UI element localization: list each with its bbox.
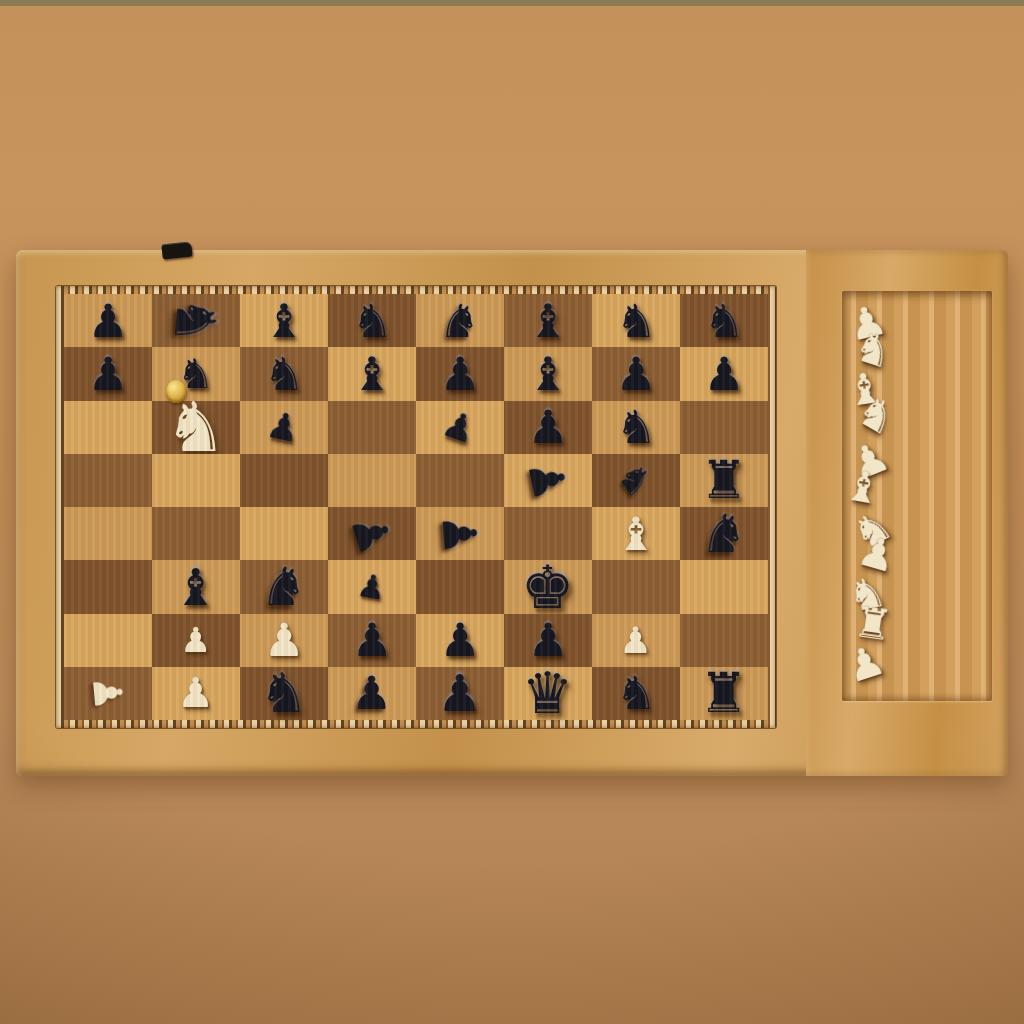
square-g8[interactable]: ♞: [592, 294, 680, 347]
white-bishop-g4[interactable]: ♝: [615, 511, 656, 557]
square-h2[interactable]: [680, 614, 768, 667]
square-g5[interactable]: ♞: [592, 454, 680, 507]
black-queen-f1[interactable]: ♛: [522, 665, 574, 723]
square-b6[interactable]: ♞: [152, 401, 240, 454]
background-top-strip: [0, 0, 1024, 6]
square-h8[interactable]: ♞: [680, 294, 768, 347]
square-a7[interactable]: ♟: [64, 347, 152, 400]
square-f6[interactable]: ♟: [504, 401, 592, 454]
black-knight-h8[interactable]: ♞: [703, 298, 744, 344]
square-e8[interactable]: ♞: [416, 294, 504, 347]
black-knight-h4[interactable]: ♞: [700, 507, 747, 560]
black-knight-g8[interactable]: ♞: [615, 298, 656, 344]
square-b3[interactable]: ♝: [152, 560, 240, 613]
square-g3[interactable]: [592, 560, 680, 613]
chess-board: ♟♞♝♞♞♝♞♞♟♞♞♝♟♝♟♟♞♟♟♟♞♟♞♜♟♟♝♞♝♞♟♚♟♟♟♟♟♟♟♟…: [64, 294, 768, 720]
square-f7[interactable]: ♝: [504, 347, 592, 400]
square-b4[interactable]: [152, 507, 240, 560]
black-knight-c1[interactable]: ♞: [259, 666, 309, 721]
black-bishop-f7[interactable]: ♝: [527, 351, 568, 397]
chess-box: ♟♞♝♞♞♝♞♞♟♞♞♝♟♝♟♟♞♟♟♟♞♟♞♜♟♟♝♞♝♞♟♚♟♟♟♟♟♟♟♟…: [16, 250, 1008, 776]
black-knight-g5[interactable]: ♞: [611, 456, 660, 504]
square-h7[interactable]: ♟: [680, 347, 768, 400]
fallen-piece-on-frame-icon: [161, 241, 192, 259]
black-pawn-e7[interactable]: ♟: [439, 351, 480, 397]
black-bishop-f8[interactable]: ♝: [527, 298, 568, 344]
black-pawn-e6[interactable]: ♟: [438, 404, 482, 450]
square-c2[interactable]: ♟: [240, 614, 328, 667]
black-pawn-c6[interactable]: ♟: [264, 406, 304, 449]
square-d2[interactable]: ♟: [328, 614, 416, 667]
square-e6[interactable]: ♟: [416, 401, 504, 454]
black-pawn-f2[interactable]: ♟: [527, 617, 568, 663]
square-f1[interactable]: ♛: [504, 667, 592, 720]
square-f3[interactable]: ♚: [504, 560, 592, 613]
black-knight-d8[interactable]: ♞: [351, 298, 392, 344]
black-rook-h1[interactable]: ♜: [699, 666, 749, 721]
black-knight-g6[interactable]: ♞: [615, 404, 656, 450]
black-knight-c7[interactable]: ♞: [263, 351, 304, 397]
square-b5[interactable]: [152, 454, 240, 507]
black-pawn-e2[interactable]: ♟: [439, 617, 480, 663]
black-pawn-g7[interactable]: ♟: [615, 351, 656, 397]
gold-trinket-icon: [166, 380, 186, 403]
square-g7[interactable]: ♟: [592, 347, 680, 400]
square-d5[interactable]: [328, 454, 416, 507]
black-knight-e8[interactable]: ♞: [439, 298, 480, 344]
white-pawn-a1[interactable]: ♟: [87, 674, 129, 712]
square-e1[interactable]: ♟: [416, 667, 504, 720]
black-pawn-f5[interactable]: ♟: [521, 455, 575, 505]
black-bishop-d7[interactable]: ♝: [351, 351, 392, 397]
square-a8[interactable]: ♟: [64, 294, 152, 347]
black-knight-b8[interactable]: ♞: [166, 294, 225, 348]
square-b1[interactable]: ♟: [152, 667, 240, 720]
black-pawn-d3[interactable]: ♟: [355, 569, 389, 606]
square-b8[interactable]: ♞: [152, 294, 240, 347]
square-d6[interactable]: [328, 401, 416, 454]
black-pawn-f6[interactable]: ♟: [527, 404, 568, 450]
captured-white-pieces-column: ♟♞♝♞♟♝♞♟♞♜♟: [842, 307, 906, 681]
square-e5[interactable]: [416, 454, 504, 507]
black-pawn-a8[interactable]: ♟: [87, 298, 128, 344]
square-h3[interactable]: [680, 560, 768, 613]
square-d7[interactable]: ♝: [328, 347, 416, 400]
white-pawn-b1[interactable]: ♟: [177, 673, 214, 714]
square-c1[interactable]: ♞: [240, 667, 328, 720]
square-f5[interactable]: ♟: [504, 454, 592, 507]
inlay-border: ♟♞♝♞♞♝♞♞♟♞♞♝♟♝♟♟♞♟♟♟♞♟♞♜♟♟♝♞♝♞♟♚♟♟♟♟♟♟♟♟…: [56, 286, 776, 728]
square-b2[interactable]: ♟: [152, 614, 240, 667]
black-pawn-d4[interactable]: ♟: [344, 507, 400, 560]
black-bishop-c8[interactable]: ♝: [263, 298, 304, 344]
square-c7[interactable]: ♞: [240, 347, 328, 400]
square-d1[interactable]: ♟: [328, 667, 416, 720]
square-c4[interactable]: [240, 507, 328, 560]
square-c6[interactable]: ♟: [240, 401, 328, 454]
square-a2[interactable]: [64, 614, 152, 667]
square-h4[interactable]: ♞: [680, 507, 768, 560]
captured-piece-tray: ♟♞♝♞♟♝♞♟♞♜♟: [806, 250, 1008, 776]
black-pawn-d1[interactable]: ♟: [351, 670, 392, 716]
square-d3[interactable]: ♟: [328, 560, 416, 613]
black-knight-g1[interactable]: ♞: [615, 670, 656, 716]
square-c3[interactable]: ♞: [240, 560, 328, 613]
white-pawn-g2[interactable]: ♟: [620, 622, 653, 659]
black-knight-c3[interactable]: ♞: [260, 560, 307, 613]
square-e3[interactable]: [416, 560, 504, 613]
square-d8[interactable]: ♞: [328, 294, 416, 347]
square-h1[interactable]: ♜: [680, 667, 768, 720]
square-h5[interactable]: ♜: [680, 454, 768, 507]
square-c8[interactable]: ♝: [240, 294, 328, 347]
square-e4[interactable]: ♟: [416, 507, 504, 560]
square-g2[interactable]: ♟: [592, 614, 680, 667]
black-king-f3[interactable]: ♚: [521, 557, 575, 617]
tray-recess: ♟♞♝♞♟♝♞♟♞♜♟: [842, 291, 992, 701]
square-g6[interactable]: ♞: [592, 401, 680, 454]
white-pawn-b2[interactable]: ♟: [181, 623, 212, 658]
black-pawn-d2[interactable]: ♟: [351, 617, 392, 663]
square-f8[interactable]: ♝: [504, 294, 592, 347]
square-a6[interactable]: [64, 401, 152, 454]
square-g4[interactable]: ♝: [592, 507, 680, 560]
white-pawn-c2[interactable]: ♟: [263, 617, 304, 663]
square-g1[interactable]: ♞: [592, 667, 680, 720]
square-d4[interactable]: ♟: [328, 507, 416, 560]
square-h6[interactable]: [680, 401, 768, 454]
square-a4[interactable]: [64, 507, 152, 560]
black-pawn-e4[interactable]: ♟: [435, 511, 484, 556]
square-c5[interactable]: [240, 454, 328, 507]
black-bishop-b3[interactable]: ♝: [173, 562, 218, 613]
square-e7[interactable]: ♟: [416, 347, 504, 400]
black-pawn-e1[interactable]: ♟: [437, 668, 482, 719]
black-pawn-h7[interactable]: ♟: [703, 351, 744, 397]
square-e2[interactable]: ♟: [416, 614, 504, 667]
black-rook-h5[interactable]: ♜: [700, 454, 747, 507]
square-a3[interactable]: [64, 560, 152, 613]
square-a1[interactable]: ♟: [64, 667, 152, 720]
black-pawn-a7[interactable]: ♟: [87, 351, 128, 397]
square-a5[interactable]: [64, 454, 152, 507]
